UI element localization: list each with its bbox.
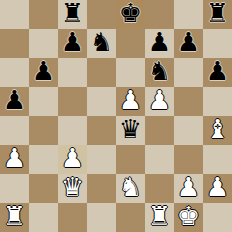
piece-white-rook[interactable]: ♜ [148,203,171,231]
square-d7[interactable]: ♞ [87,29,116,58]
piece-black-pawn[interactable]: ♟ [148,29,171,57]
square-c6[interactable] [58,58,87,87]
square-a2[interactable] [0,174,29,203]
piece-white-knight[interactable]: ♞ [119,174,142,202]
square-c1[interactable] [58,203,87,232]
square-g1[interactable]: ♚ [174,203,203,232]
square-h4[interactable]: ♝ [203,116,232,145]
square-f8[interactable] [145,0,174,29]
piece-white-pawn[interactable]: ♟ [177,174,200,202]
piece-black-rook[interactable]: ♜ [206,0,229,28]
square-h5[interactable] [203,87,232,116]
square-e2[interactable]: ♞ [116,174,145,203]
square-c2[interactable]: ♛ [58,174,87,203]
square-d6[interactable] [87,58,116,87]
square-b7[interactable] [29,29,58,58]
square-b1[interactable] [29,203,58,232]
piece-white-pawn[interactable]: ♟ [3,145,26,173]
square-c4[interactable] [58,116,87,145]
square-a8[interactable] [0,0,29,29]
square-a3[interactable]: ♟ [0,145,29,174]
square-g6[interactable] [174,58,203,87]
square-b6[interactable]: ♟ [29,58,58,87]
piece-white-pawn[interactable]: ♟ [148,87,171,115]
square-d8[interactable] [87,0,116,29]
square-d4[interactable] [87,116,116,145]
piece-black-pawn[interactable]: ♟ [61,29,84,57]
square-h6[interactable]: ♟ [203,58,232,87]
square-g3[interactable] [174,145,203,174]
square-a7[interactable] [0,29,29,58]
square-g2[interactable]: ♟ [174,174,203,203]
square-g7[interactable]: ♟ [174,29,203,58]
square-f5[interactable]: ♟ [145,87,174,116]
square-a4[interactable] [0,116,29,145]
square-a5[interactable]: ♟ [0,87,29,116]
piece-black-queen[interactable]: ♛ [119,116,142,144]
square-d5[interactable] [87,87,116,116]
square-a1[interactable]: ♜ [0,203,29,232]
piece-white-pawn[interactable]: ♟ [119,87,142,115]
square-d2[interactable] [87,174,116,203]
square-c7[interactable]: ♟ [58,29,87,58]
square-c5[interactable] [58,87,87,116]
square-f4[interactable] [145,116,174,145]
piece-black-pawn[interactable]: ♟ [206,58,229,86]
square-c3[interactable]: ♟ [58,145,87,174]
piece-white-pawn[interactable]: ♟ [61,145,84,173]
piece-white-pawn[interactable]: ♟ [206,174,229,202]
square-f6[interactable]: ♞ [145,58,174,87]
piece-black-king[interactable]: ♚ [119,0,142,28]
square-d3[interactable] [87,145,116,174]
square-e7[interactable] [116,29,145,58]
piece-black-rook[interactable]: ♜ [61,0,84,28]
piece-white-rook[interactable]: ♜ [3,203,26,231]
square-f3[interactable] [145,145,174,174]
piece-black-pawn[interactable]: ♟ [177,29,200,57]
square-f7[interactable]: ♟ [145,29,174,58]
square-h7[interactable] [203,29,232,58]
square-e3[interactable] [116,145,145,174]
piece-white-queen[interactable]: ♛ [61,174,84,202]
square-a6[interactable] [0,58,29,87]
square-b8[interactable] [29,0,58,29]
piece-black-knight[interactable]: ♞ [90,29,113,57]
square-e1[interactable] [116,203,145,232]
chess-board: ♜♚♜♟♞♟♟♟♞♟♟♟♟♛♝♟♟♛♞♟♟♜♜♚ [0,0,232,232]
square-g8[interactable] [174,0,203,29]
square-h8[interactable]: ♜ [203,0,232,29]
square-b3[interactable] [29,145,58,174]
square-e8[interactable]: ♚ [116,0,145,29]
square-e5[interactable]: ♟ [116,87,145,116]
square-g4[interactable] [174,116,203,145]
square-f2[interactable] [145,174,174,203]
square-d1[interactable] [87,203,116,232]
square-c8[interactable]: ♜ [58,0,87,29]
piece-white-king[interactable]: ♚ [177,203,200,231]
piece-white-bishop[interactable]: ♝ [206,116,229,144]
piece-black-knight[interactable]: ♞ [148,58,171,86]
square-g5[interactable] [174,87,203,116]
square-b2[interactable] [29,174,58,203]
square-b4[interactable] [29,116,58,145]
piece-black-pawn[interactable]: ♟ [3,87,26,115]
square-f1[interactable]: ♜ [145,203,174,232]
square-h3[interactable] [203,145,232,174]
square-b5[interactable] [29,87,58,116]
square-h2[interactable]: ♟ [203,174,232,203]
square-e4[interactable]: ♛ [116,116,145,145]
square-e6[interactable] [116,58,145,87]
square-h1[interactable] [203,203,232,232]
piece-black-pawn[interactable]: ♟ [32,58,55,86]
